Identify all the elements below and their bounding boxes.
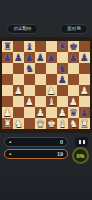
white-pawn-icon[interactable]: ♟ [24,96,35,107]
black-pawn-icon[interactable]: ♟ [57,74,68,85]
square-h1[interactable]: ♜ [79,118,90,129]
square-g3[interactable]: ♟ [68,96,79,107]
square-f2[interactable]: ♟ [57,107,68,118]
white-pawn-icon[interactable]: ♟ [35,107,46,118]
white-pawn-icon[interactable]: ♟ [13,85,24,96]
square-d5[interactable] [35,74,46,85]
square-g6[interactable] [68,63,79,74]
black-rook-icon[interactable]: ♜ [2,41,13,52]
white-pawn-icon[interactable]: ♟ [57,107,68,118]
square-e2[interactable] [46,107,57,118]
square-f6[interactable]: ♞ [57,63,68,74]
square-f5[interactable]: ♟ [57,74,68,85]
square-f8[interactable]: ♜ [57,41,68,52]
square-a7[interactable]: ♟ [2,52,13,63]
square-d6[interactable] [35,63,46,74]
win-percent-button[interactable]: 0% [72,147,89,164]
white-rook-icon[interactable]: ♜ [79,118,90,129]
square-b8[interactable] [13,41,24,52]
square-e7[interactable]: ♟ [46,52,57,63]
square-a6[interactable] [2,63,13,74]
square-a1[interactable]: ♜ [2,118,13,129]
square-g4[interactable] [68,85,79,96]
white-pawn-icon[interactable]: ♟ [2,107,13,118]
square-h3[interactable] [79,96,90,107]
square-h2[interactable]: ♟ [79,107,90,118]
square-e6[interactable] [46,63,57,74]
square-b1[interactable]: ♞ [13,118,24,129]
black-pawn-icon[interactable]: ♟ [24,52,35,63]
square-g2[interactable]: ♛ [68,107,79,118]
square-d2[interactable]: ♟ [35,107,46,118]
chess-app-screen: 棋盘翻转 新对局 ♜♝♜♚♟♟♟♟♟♟♟♞♞♟♟♟♟♟♝♟♟♟♟♛♟♜♞♛♚♝♞… [0,0,92,200]
square-b4[interactable]: ♟ [13,85,24,96]
black-rook-icon[interactable]: ♜ [57,41,68,52]
white-pawn-icon[interactable]: ♟ [68,96,79,107]
square-b2[interactable] [13,107,24,118]
square-c8[interactable]: ♝ [24,41,35,52]
square-c3[interactable]: ♟ [24,96,35,107]
square-h5[interactable] [79,74,90,85]
square-c6[interactable]: ♞ [24,63,35,74]
white-king-icon[interactable]: ♚ [46,118,57,129]
square-b3[interactable] [13,96,24,107]
square-a3[interactable] [2,96,13,107]
square-e4[interactable]: ♟ [46,85,57,96]
white-bishop-icon[interactable]: ♝ [46,96,57,107]
white-score-value: 19 [57,151,63,157]
square-c7[interactable]: ♟ [24,52,35,63]
black-pawn-icon[interactable]: ♟ [79,107,90,118]
black-pawn-icon[interactable]: ♟ [13,52,24,63]
black-pawn-icon[interactable]: ♟ [68,52,79,63]
white-queen-icon[interactable]: ♛ [35,118,46,129]
square-d8[interactable] [35,41,46,52]
square-g1[interactable]: ♞ [68,118,79,129]
square-c4[interactable] [24,85,35,96]
square-e1[interactable]: ♚ [46,118,57,129]
square-d7[interactable]: ♟ [35,52,46,63]
new-game-button[interactable]: 新对局 [60,24,88,34]
square-a2[interactable]: ♟ [2,107,13,118]
black-score-row[interactable]: ▪ 0 [4,137,68,147]
square-d4[interactable] [35,85,46,96]
black-pawn-icon[interactable]: ♟ [46,52,57,63]
square-h4[interactable]: ♟ [79,85,90,96]
square-a8[interactable]: ♜ [2,41,13,52]
square-h8[interactable] [79,41,90,52]
square-c1[interactable] [24,118,35,129]
black-knight-icon[interactable]: ♞ [24,63,35,74]
square-h6[interactable] [79,63,90,74]
square-f4[interactable] [57,85,68,96]
square-h7[interactable]: ♟ [79,52,90,63]
square-d1[interactable]: ♛ [35,118,46,129]
white-pawn-icon[interactable]: ♟ [46,85,57,96]
black-knight-icon[interactable]: ♞ [57,63,68,74]
square-c2[interactable] [24,107,35,118]
white-knight-icon[interactable]: ♞ [13,118,24,129]
white-bishop-icon[interactable]: ♝ [57,118,68,129]
white-score-row[interactable]: ▪ 19 [4,149,68,159]
square-b7[interactable]: ♟ [13,52,24,63]
black-score-value: 0 [60,139,63,145]
square-g8[interactable]: ♚ [68,41,79,52]
square-a4[interactable] [2,85,13,96]
white-pawn-icon[interactable]: ♟ [79,85,90,96]
black-pawn-icon[interactable]: ♟ [35,52,46,63]
square-g7[interactable]: ♟ [68,52,79,63]
black-pawn-icon[interactable]: ♟ [2,52,13,63]
chess-board-frame: ♜♝♜♚♟♟♟♟♟♟♟♞♞♟♟♟♟♟♝♟♟♟♟♛♟♜♞♛♚♝♞♜ [0,37,92,133]
black-queen-icon[interactable]: ♛ [68,107,79,118]
square-b5[interactable] [13,74,24,85]
square-e3[interactable]: ♝ [46,96,57,107]
pause-icon [83,140,85,144]
white-rook-icon[interactable]: ♜ [2,118,13,129]
white-knight-icon[interactable]: ♞ [68,118,79,129]
square-f7[interactable] [57,52,68,63]
square-d3[interactable] [35,96,46,107]
black-bishop-icon[interactable]: ♝ [24,41,35,52]
pawn-icon: ▪ [9,150,11,158]
square-e8[interactable] [46,41,57,52]
chess-board: ♜♝♜♚♟♟♟♟♟♟♟♞♞♟♟♟♟♟♝♟♟♟♟♛♟♜♞♛♚♝♞♜ [2,41,90,129]
percent-badge: 0% [77,153,85,159]
flip-board-button[interactable]: 棋盘翻转 [7,24,38,34]
pause-button[interactable] [75,137,88,147]
pawn-icon: ▪ [9,138,11,146]
square-c5[interactable] [24,74,35,85]
pause-icon [79,140,81,144]
black-pawn-icon[interactable]: ♟ [79,52,90,63]
square-f1[interactable]: ♝ [57,118,68,129]
square-g5[interactable] [68,74,79,85]
black-king-icon[interactable]: ♚ [68,41,79,52]
square-a5[interactable] [2,74,13,85]
square-e5[interactable] [46,74,57,85]
square-b6[interactable] [13,63,24,74]
square-f3[interactable] [57,96,68,107]
